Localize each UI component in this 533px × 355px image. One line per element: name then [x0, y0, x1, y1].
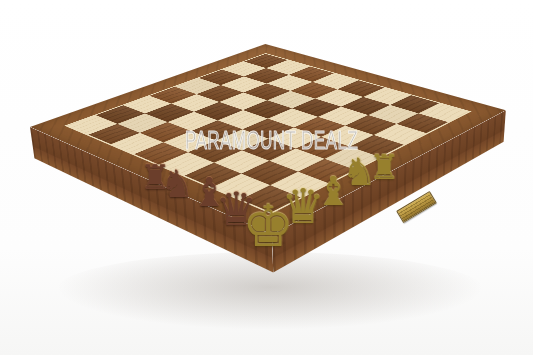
watermark-text: PARAMOUNT DEALZ — [185, 127, 358, 153]
board-3d-scene — [0, 0, 533, 355]
product-photo-stage: ♜♞♝♛♚♛♝♞♜ PARAMOUNT DEALZ — [0, 0, 533, 355]
chess-board — [34, 71, 503, 273]
